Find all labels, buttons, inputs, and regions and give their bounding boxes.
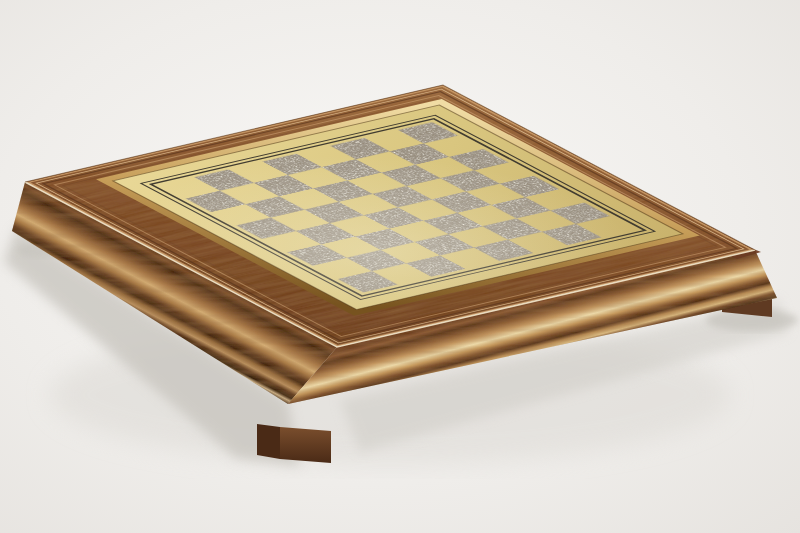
scene xyxy=(0,0,800,533)
chessboard-product-photo xyxy=(0,0,800,533)
foot-front xyxy=(280,427,331,463)
foot-front-side xyxy=(257,424,280,459)
